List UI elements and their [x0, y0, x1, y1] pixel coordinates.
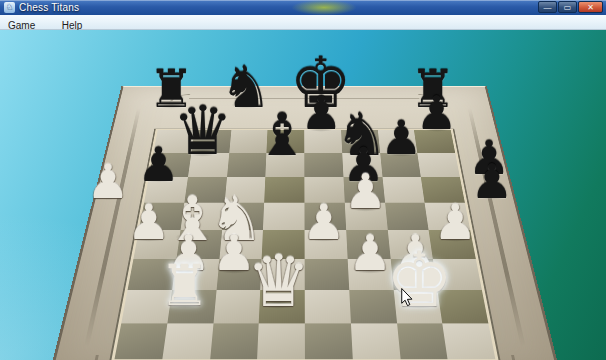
square-g1[interactable]	[397, 323, 448, 359]
piece-black-pawn-a5[interactable]: ♟	[135, 141, 182, 188]
chess-titans-window: ♘ Chess Titans — ▭ ✕ Game Help ♜♞♚♜	[0, 0, 606, 360]
square-d5[interactable]	[263, 203, 304, 230]
square-c1[interactable]	[210, 323, 259, 359]
piece-white-queen-d1[interactable]: ♛	[243, 246, 315, 318]
piece-white-pawn-e3[interactable]: ♟	[300, 198, 349, 247]
piece-white-pawn-f4[interactable]: ♟	[342, 168, 390, 216]
piece-white-king-g1[interactable]: ♚	[382, 243, 458, 319]
maximize-button[interactable]: ▭	[558, 1, 577, 13]
square-e1[interactable]	[305, 323, 353, 359]
piece-black-bishop-d6[interactable]: ♝	[253, 105, 312, 164]
close-button[interactable]: ✕	[578, 1, 603, 13]
app-knight-icon: ♘	[4, 2, 15, 13]
square-a1[interactable]	[114, 323, 167, 359]
square-f1[interactable]	[351, 323, 400, 359]
square-d6[interactable]	[264, 177, 304, 203]
square-b1[interactable]	[162, 323, 213, 359]
square-h1[interactable]	[443, 323, 496, 359]
piece-white-rook-b1[interactable]: ♜	[156, 258, 212, 314]
square-d1[interactable]	[257, 323, 305, 359]
